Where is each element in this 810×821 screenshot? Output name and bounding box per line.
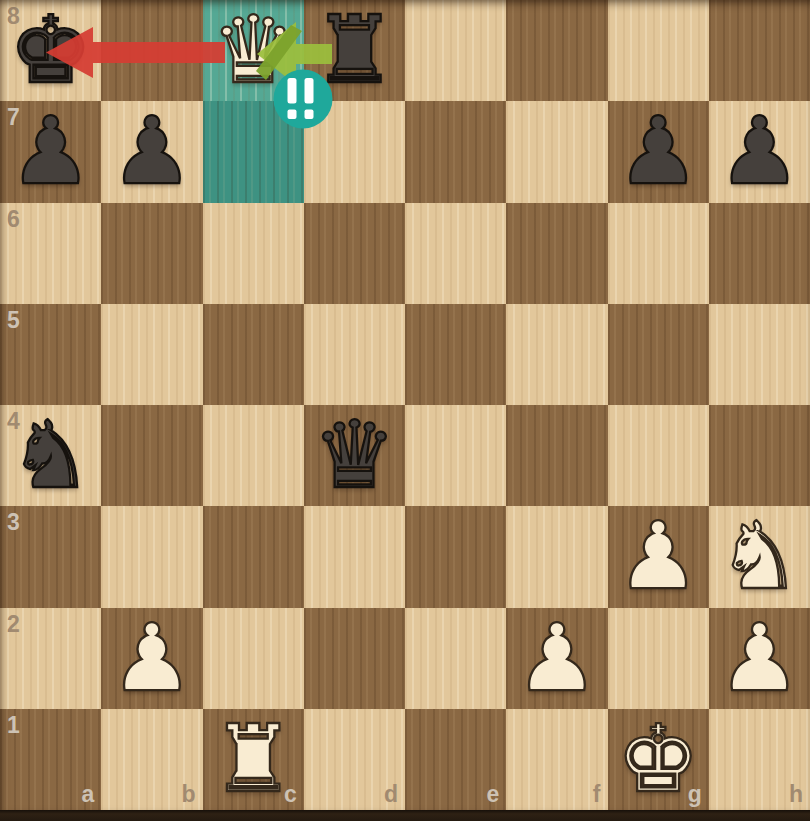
square-g7[interactable]: ♟ [608, 101, 709, 202]
square-g8[interactable] [608, 0, 709, 101]
file-label-e: e [486, 783, 499, 806]
square-e8[interactable] [405, 0, 506, 101]
rank-label-1: 1 [7, 714, 20, 737]
square-d1[interactable]: d [304, 709, 405, 810]
piece-white-pawn[interactable]: ♟ [718, 608, 801, 709]
square-g5[interactable] [608, 304, 709, 405]
square-g4[interactable] [608, 405, 709, 506]
piece-black-pawn[interactable]: ♟ [616, 101, 699, 202]
square-e2[interactable] [405, 608, 506, 709]
rank-label-6: 6 [7, 208, 20, 231]
square-e1[interactable]: e [405, 709, 506, 810]
square-e6[interactable] [405, 203, 506, 304]
piece-black-king[interactable]: ♚ [9, 0, 92, 101]
chessboard-app: 8♚♛♜7♟♟♟♟654♞♛3♟♞2♟♟♟1abc♜defg♚h [0, 0, 810, 821]
square-c5[interactable] [203, 304, 304, 405]
square-e4[interactable] [405, 405, 506, 506]
square-h1[interactable]: h [709, 709, 810, 810]
chess-board: 8♚♛♜7♟♟♟♟654♞♛3♟♞2♟♟♟1abc♜defg♚h [0, 0, 810, 810]
square-e5[interactable] [405, 304, 506, 405]
square-d4[interactable]: ♛ [304, 405, 405, 506]
piece-black-pawn[interactable]: ♟ [110, 101, 193, 202]
square-f6[interactable] [506, 203, 607, 304]
piece-black-pawn[interactable]: ♟ [718, 101, 801, 202]
square-g1[interactable]: g♚ [608, 709, 709, 810]
square-d8[interactable]: ♜ [304, 0, 405, 101]
square-g2[interactable] [608, 608, 709, 709]
square-e3[interactable] [405, 506, 506, 607]
square-h8[interactable] [709, 0, 810, 101]
piece-black-pawn[interactable]: ♟ [9, 101, 92, 202]
piece-white-rook[interactable]: ♜ [211, 709, 294, 810]
square-c4[interactable] [203, 405, 304, 506]
square-c1[interactable]: c♜ [203, 709, 304, 810]
square-b4[interactable] [101, 405, 202, 506]
square-d6[interactable] [304, 203, 405, 304]
piece-black-queen[interactable]: ♛ [313, 405, 396, 506]
piece-white-queen[interactable]: ♛ [211, 0, 294, 101]
square-h3[interactable]: ♞ [709, 506, 810, 607]
square-b8[interactable] [101, 0, 202, 101]
rank-label-5: 5 [7, 309, 20, 332]
square-a4[interactable]: 4♞ [0, 405, 101, 506]
square-b7[interactable]: ♟ [101, 101, 202, 202]
square-c6[interactable] [203, 203, 304, 304]
piece-white-pawn[interactable]: ♟ [616, 506, 699, 607]
square-g3[interactable]: ♟ [608, 506, 709, 607]
square-a6[interactable]: 6 [0, 203, 101, 304]
square-b3[interactable] [101, 506, 202, 607]
square-f1[interactable]: f [506, 709, 607, 810]
piece-white-knight[interactable]: ♞ [718, 506, 801, 607]
square-c8[interactable]: ♛ [203, 0, 304, 101]
square-a7[interactable]: 7♟ [0, 101, 101, 202]
file-label-a: a [81, 783, 94, 806]
rank-label-3: 3 [7, 511, 20, 534]
file-label-h: h [789, 783, 803, 806]
square-h5[interactable] [709, 304, 810, 405]
file-label-b: b [181, 783, 195, 806]
rank-label-2: 2 [7, 613, 20, 636]
square-f4[interactable] [506, 405, 607, 506]
piece-black-rook[interactable]: ♜ [313, 0, 396, 101]
square-d7[interactable] [304, 101, 405, 202]
square-b1[interactable]: b [101, 709, 202, 810]
file-label-f: f [593, 783, 601, 806]
square-h2[interactable]: ♟ [709, 608, 810, 709]
square-b2[interactable]: ♟ [101, 608, 202, 709]
square-c3[interactable] [203, 506, 304, 607]
square-a3[interactable]: 3 [0, 506, 101, 607]
square-c2[interactable] [203, 608, 304, 709]
square-b6[interactable] [101, 203, 202, 304]
square-d5[interactable] [304, 304, 405, 405]
square-d2[interactable] [304, 608, 405, 709]
square-f2[interactable]: ♟ [506, 608, 607, 709]
square-f3[interactable] [506, 506, 607, 607]
square-f7[interactable] [506, 101, 607, 202]
piece-white-pawn[interactable]: ♟ [515, 608, 598, 709]
square-e7[interactable] [405, 101, 506, 202]
piece-black-knight[interactable]: ♞ [9, 405, 92, 506]
square-c7[interactable] [203, 101, 304, 202]
square-a5[interactable]: 5 [0, 304, 101, 405]
piece-white-pawn[interactable]: ♟ [110, 608, 193, 709]
square-f8[interactable] [506, 0, 607, 101]
square-g6[interactable] [608, 203, 709, 304]
square-f5[interactable] [506, 304, 607, 405]
square-b5[interactable] [101, 304, 202, 405]
square-a1[interactable]: 1a [0, 709, 101, 810]
file-label-d: d [384, 783, 398, 806]
square-h6[interactable] [709, 203, 810, 304]
square-h7[interactable]: ♟ [709, 101, 810, 202]
piece-white-king[interactable]: ♚ [616, 709, 699, 810]
square-d3[interactable] [304, 506, 405, 607]
square-a8[interactable]: 8♚ [0, 0, 101, 101]
square-h4[interactable] [709, 405, 810, 506]
square-a2[interactable]: 2 [0, 608, 101, 709]
